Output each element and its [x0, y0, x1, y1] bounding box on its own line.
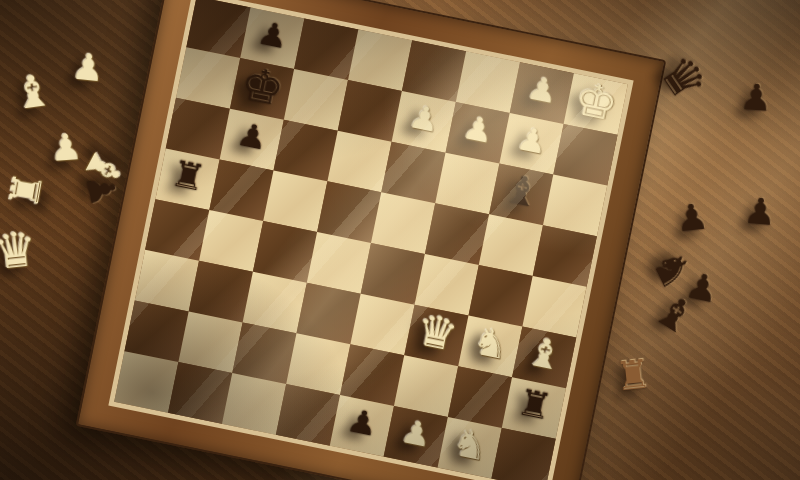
captured-white-rook[interactable]: ♜ [3, 169, 49, 211]
captured-white-pawn[interactable]: ♟ [70, 48, 106, 87]
piece-black-pawn-e1[interactable]: ♟ [344, 403, 380, 440]
piece-white-knight-g1[interactable]: ♞ [449, 422, 492, 466]
captured-black-queen[interactable]: ♛ [652, 47, 716, 110]
square-b1[interactable] [168, 362, 232, 424]
piece-black-rook-a5[interactable]: ♜ [168, 155, 209, 197]
piece-black-bishop-g6[interactable]: ♝ [500, 168, 545, 214]
piece-black-king-b7[interactable]: ♚ [237, 59, 288, 112]
chess-board: ♟♟♚♚♟♟♟♟♝♜♛♞♝♜♟♟♞ [76, 0, 667, 480]
square-g1[interactable]: ♞ [438, 417, 502, 479]
table-scene: ♟♟♚♚♟♟♟♟♝♜♛♞♝♜♟♟♞ ♝♟♟♜♝♟♛♛♟♟♟♞♟♝♜ [0, 0, 800, 480]
square-c1[interactable] [222, 373, 286, 435]
captured-black-pawn[interactable]: ♟ [80, 170, 122, 209]
piece-white-knight-g3[interactable]: ♞ [470, 321, 513, 365]
captured-black-pawn[interactable]: ♟ [739, 79, 774, 117]
piece-white-pawn-f1[interactable]: ♟ [398, 414, 434, 451]
captured-black-pawn[interactable]: ♟ [674, 198, 710, 237]
square-e1[interactable]: ♟ [330, 395, 394, 457]
piece-white-pawn-g8[interactable]: ♟ [524, 71, 560, 108]
board-playing-area: ♟♟♚♚♟♟♟♟♝♜♛♞♝♜♟♟♞ [108, 0, 633, 480]
piece-white-pawn-e7[interactable]: ♟ [406, 99, 442, 136]
piece-white-pawn-g7[interactable]: ♟ [514, 121, 550, 158]
piece-white-bishop-h3[interactable]: ♝ [523, 331, 568, 377]
square-a1[interactable] [114, 351, 178, 413]
square-d1[interactable] [276, 384, 340, 446]
piece-white-queen-f3[interactable]: ♛ [413, 306, 462, 357]
square-f1[interactable]: ♟ [384, 406, 448, 468]
captured-white-bishop[interactable]: ♝ [10, 67, 55, 116]
piece-black-pawn-b8[interactable]: ♟ [255, 16, 291, 53]
piece-black-rook-h2[interactable]: ♜ [514, 383, 555, 425]
piece-white-king-h8[interactable]: ♚ [571, 74, 622, 127]
piece-black-pawn-b6[interactable]: ♟ [234, 117, 270, 154]
captured-white-queen[interactable]: ♛ [0, 224, 39, 276]
captured-black-rook[interactable]: ♜ [613, 353, 653, 397]
board-grid: ♟♟♚♚♟♟♟♟♝♜♛♞♝♜♟♟♞ [114, 0, 628, 480]
piece-white-pawn-f7[interactable]: ♟ [460, 110, 496, 147]
captured-black-pawn[interactable]: ♟ [742, 193, 777, 232]
